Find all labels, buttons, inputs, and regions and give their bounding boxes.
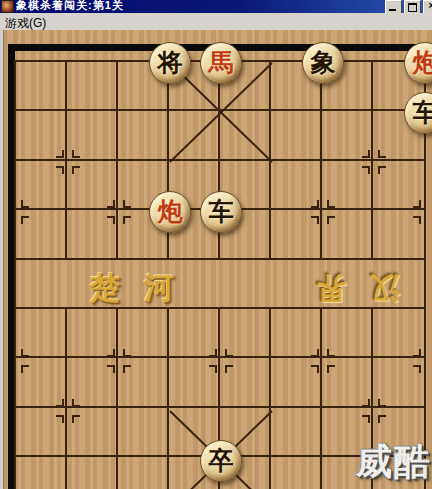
point-marker [123, 216, 131, 224]
board-cell [67, 62, 118, 111]
piece-glyph: 将 [158, 42, 183, 84]
point-marker [72, 150, 80, 158]
point-marker [56, 415, 64, 423]
point-marker [72, 415, 80, 423]
menu-bar: 游戏(G) [0, 13, 432, 31]
point-marker [327, 216, 335, 224]
point-marker [123, 349, 131, 357]
maximize-icon [408, 3, 417, 12]
point-marker [107, 349, 115, 357]
maximize-button[interactable] [404, 0, 421, 14]
piece-glyph: 卒 [209, 440, 234, 482]
piece-glyph: 车 [209, 191, 234, 233]
window-title: 象棋杀着闯关:第1关 [16, 0, 124, 13]
board-cell [271, 111, 322, 160]
point-marker [311, 200, 319, 208]
point-marker [21, 365, 29, 373]
minimize-icon [389, 9, 396, 11]
point-marker [56, 399, 64, 407]
point-marker [378, 150, 386, 158]
board-cell [118, 457, 169, 489]
point-marker [327, 365, 335, 373]
point-marker [225, 349, 233, 357]
piece-glyph: 馬 [209, 42, 234, 84]
piece-black-soldier[interactable]: 卒 [200, 440, 242, 482]
point-marker [311, 216, 319, 224]
piece-glyph: 车 [413, 92, 432, 134]
board-cell [118, 408, 169, 457]
river-label-left: 楚河 [90, 268, 198, 308]
point-marker [362, 150, 370, 158]
board-cell [271, 457, 322, 489]
point-marker [413, 365, 421, 373]
piece-black-elephant[interactable]: 象 [302, 42, 344, 84]
point-marker [311, 365, 319, 373]
board-cell [220, 111, 271, 160]
piece-red-cannon[interactable]: 炮 [149, 191, 191, 233]
piece-glyph: 象 [311, 42, 336, 84]
title-bar: 象棋杀着闯关:第1关 × [0, 0, 432, 13]
point-marker [378, 166, 386, 174]
point-marker [362, 399, 370, 407]
point-marker [123, 365, 131, 373]
board-area: 楚河 汉界 将馬象炮车炮车卒 威酷 [0, 30, 432, 489]
point-marker [107, 216, 115, 224]
piece-glyph: 炮 [413, 42, 432, 84]
point-marker [56, 166, 64, 174]
point-marker [107, 200, 115, 208]
point-marker [56, 150, 64, 158]
point-marker [225, 365, 233, 373]
point-marker [107, 365, 115, 373]
board-cell [67, 457, 118, 489]
point-marker [72, 399, 80, 407]
board-cell [169, 111, 220, 160]
point-marker [209, 365, 217, 373]
piece-black-general[interactable]: 将 [149, 42, 191, 84]
close-icon: × [424, 0, 432, 12]
point-marker [72, 166, 80, 174]
river-label-right: 汉界 [292, 268, 400, 308]
board-cell [16, 62, 67, 111]
point-marker [362, 166, 370, 174]
point-marker [311, 349, 319, 357]
piece-red-horse[interactable]: 馬 [200, 42, 242, 84]
window-border [0, 30, 4, 489]
point-marker [378, 415, 386, 423]
point-marker [21, 200, 29, 208]
piece-glyph: 炮 [158, 191, 183, 233]
point-marker [362, 415, 370, 423]
point-marker [413, 349, 421, 357]
point-marker [327, 349, 335, 357]
point-marker [21, 216, 29, 224]
board-cell [271, 408, 322, 457]
board-cell [16, 457, 67, 489]
watermark-logo: 威酷 [356, 438, 432, 487]
point-marker [123, 200, 131, 208]
point-marker [327, 200, 335, 208]
point-marker [21, 349, 29, 357]
point-marker [378, 399, 386, 407]
close-button[interactable]: × [423, 0, 432, 14]
point-marker [413, 200, 421, 208]
piece-black-chariot[interactable]: 车 [200, 191, 242, 233]
game-window: 象棋杀着闯关:第1关 × 游戏(G) 楚河 汉界 将馬象炮车炮车卒 威酷 [0, 0, 432, 489]
point-marker [209, 349, 217, 357]
board-cell [118, 111, 169, 160]
app-icon [1, 0, 14, 13]
point-marker [413, 216, 421, 224]
minimize-button[interactable] [385, 0, 402, 14]
